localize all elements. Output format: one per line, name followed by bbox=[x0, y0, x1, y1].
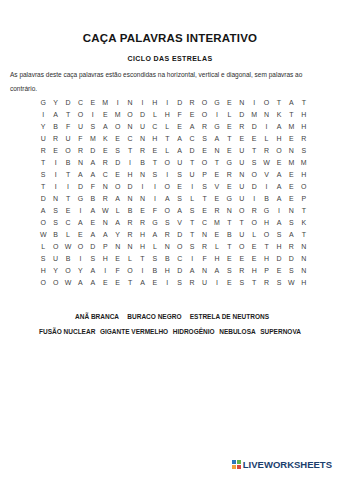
grid-cell-r15c11[interactable]: H bbox=[161, 264, 173, 276]
grid-cell-r9c10[interactable]: I bbox=[149, 193, 161, 205]
grid-cell-r12c18[interactable]: L bbox=[248, 228, 260, 240]
grid-cell-r16c9[interactable]: A bbox=[136, 276, 148, 288]
grid-cell-r8c10[interactable]: I bbox=[149, 181, 161, 193]
grid-cell-r14c15[interactable]: H bbox=[211, 252, 223, 264]
grid-cell-r10c20[interactable]: I bbox=[273, 204, 285, 216]
grid-cell-r15c10[interactable]: B bbox=[149, 264, 161, 276]
grid-cell-r3c15[interactable]: G bbox=[211, 121, 223, 133]
grid-cell-r2c22[interactable]: H bbox=[298, 109, 310, 121]
grid-cell-r16c14[interactable]: U bbox=[198, 276, 210, 288]
grid-cell-r3c13[interactable]: A bbox=[186, 121, 198, 133]
grid-cell-r8c8[interactable]: D bbox=[124, 181, 136, 193]
grid-cell-r1c2[interactable]: Y bbox=[49, 97, 61, 109]
grid-cell-r3c19[interactable]: I bbox=[260, 121, 272, 133]
grid-cell-r15c12[interactable]: D bbox=[174, 264, 186, 276]
grid-cell-r9c12[interactable]: S bbox=[174, 193, 186, 205]
grid-cell-r13c10[interactable]: L bbox=[149, 240, 161, 252]
grid-cell-r3c2[interactable]: B bbox=[49, 121, 61, 133]
grid-cell-r2c10[interactable]: L bbox=[149, 109, 161, 121]
grid-cell-r9c7[interactable]: A bbox=[111, 193, 123, 205]
grid-cell-r16c16[interactable]: E bbox=[223, 276, 235, 288]
grid-cell-r9c19[interactable]: B bbox=[260, 193, 272, 205]
grid-cell-r15c22[interactable]: N bbox=[298, 264, 310, 276]
grid-cell-r7c18[interactable]: O bbox=[248, 169, 260, 181]
grid-cell-r10c22[interactable]: T bbox=[298, 204, 310, 216]
grid-cell-r12c3[interactable]: L bbox=[62, 228, 74, 240]
grid-cell-r10c18[interactable]: R bbox=[248, 204, 260, 216]
grid-cell-r7c17[interactable]: N bbox=[236, 169, 248, 181]
grid-cell-r10c14[interactable]: E bbox=[198, 204, 210, 216]
grid-cell-r7c7[interactable]: E bbox=[111, 169, 123, 181]
grid-cell-r11c1[interactable]: O bbox=[37, 216, 49, 228]
grid-cell-r9c5[interactable]: B bbox=[87, 193, 99, 205]
grid-cell-r12c2[interactable]: B bbox=[49, 228, 61, 240]
grid-cell-r10c7[interactable]: L bbox=[111, 204, 123, 216]
grid-cell-r5c3[interactable]: O bbox=[62, 145, 74, 157]
grid-cell-r2c14[interactable]: O bbox=[198, 109, 210, 121]
grid-cell-r11c16[interactable]: T bbox=[223, 216, 235, 228]
grid-cell-r6c6[interactable]: R bbox=[99, 157, 111, 169]
grid-cell-r14c16[interactable]: E bbox=[223, 252, 235, 264]
grid-cell-r1c6[interactable]: M bbox=[99, 97, 111, 109]
grid-cell-r2c1[interactable]: I bbox=[37, 109, 49, 121]
grid-cell-r13c7[interactable]: N bbox=[111, 240, 123, 252]
grid-cell-r4c1[interactable]: U bbox=[37, 133, 49, 145]
grid-cell-r5c15[interactable]: N bbox=[211, 145, 223, 157]
grid-cell-r6c20[interactable]: E bbox=[273, 157, 285, 169]
grid-cell-r15c2[interactable]: Y bbox=[49, 264, 61, 276]
grid-cell-r3c12[interactable]: E bbox=[174, 121, 186, 133]
grid-cell-r11c20[interactable]: A bbox=[273, 216, 285, 228]
grid-cell-r8c1[interactable]: T bbox=[37, 181, 49, 193]
grid-cell-r7c4[interactable]: A bbox=[74, 169, 86, 181]
grid-cell-r2c11[interactable]: H bbox=[161, 109, 173, 121]
grid-cell-r13c8[interactable]: N bbox=[124, 240, 136, 252]
grid-cell-r15c8[interactable]: O bbox=[124, 264, 136, 276]
grid-cell-r10c3[interactable]: E bbox=[62, 204, 74, 216]
grid-cell-r12c20[interactable]: S bbox=[273, 228, 285, 240]
grid-cell-r1c12[interactable]: D bbox=[174, 97, 186, 109]
grid-cell-r14c21[interactable]: D bbox=[285, 252, 297, 264]
grid-cell-r3c22[interactable]: H bbox=[298, 121, 310, 133]
grid-cell-r14c10[interactable]: S bbox=[149, 252, 161, 264]
grid-cell-r14c2[interactable]: U bbox=[49, 252, 61, 264]
grid-cell-r11c12[interactable]: V bbox=[174, 216, 186, 228]
grid-cell-r1c13[interactable]: R bbox=[186, 97, 198, 109]
grid-cell-r8c21[interactable]: E bbox=[285, 181, 297, 193]
grid-cell-r9c8[interactable]: N bbox=[124, 193, 136, 205]
grid-cell-r10c17[interactable]: O bbox=[236, 204, 248, 216]
grid-cell-r1c15[interactable]: G bbox=[211, 97, 223, 109]
grid-cell-r3c10[interactable]: C bbox=[149, 121, 161, 133]
grid-cell-r13c22[interactable]: N bbox=[298, 240, 310, 252]
grid-cell-r2c21[interactable]: T bbox=[285, 109, 297, 121]
grid-cell-r16c17[interactable]: S bbox=[236, 276, 248, 288]
grid-cell-r10c15[interactable]: R bbox=[211, 204, 223, 216]
grid-cell-r12c4[interactable]: E bbox=[74, 228, 86, 240]
grid-cell-r4c18[interactable]: E bbox=[248, 133, 260, 145]
grid-cell-r3c14[interactable]: R bbox=[198, 121, 210, 133]
grid-cell-r14c22[interactable]: N bbox=[298, 252, 310, 264]
grid-cell-r6c10[interactable]: T bbox=[149, 157, 161, 169]
grid-cell-r14c13[interactable]: I bbox=[186, 252, 198, 264]
grid-cell-r11c19[interactable]: H bbox=[260, 216, 272, 228]
grid-cell-r15c19[interactable]: P bbox=[260, 264, 272, 276]
grid-cell-r3c9[interactable]: U bbox=[136, 121, 148, 133]
grid-cell-r4c5[interactable]: M bbox=[87, 133, 99, 145]
grid-cell-r12c10[interactable]: A bbox=[149, 228, 161, 240]
grid-cell-r16c15[interactable]: I bbox=[211, 276, 223, 288]
grid-cell-r10c19[interactable]: G bbox=[260, 204, 272, 216]
grid-cell-r12c1[interactable]: W bbox=[37, 228, 49, 240]
grid-cell-r11c2[interactable]: S bbox=[49, 216, 61, 228]
grid-cell-r13c19[interactable]: T bbox=[260, 240, 272, 252]
grid-cell-r7c3[interactable]: T bbox=[62, 169, 74, 181]
grid-cell-r16c10[interactable]: E bbox=[149, 276, 161, 288]
grid-cell-r7c6[interactable]: C bbox=[99, 169, 111, 181]
grid-cell-r4c21[interactable]: E bbox=[285, 133, 297, 145]
grid-cell-r12c13[interactable]: T bbox=[186, 228, 198, 240]
grid-cell-r9c15[interactable]: E bbox=[211, 193, 223, 205]
grid-cell-r4c8[interactable]: C bbox=[124, 133, 136, 145]
grid-cell-r10c11[interactable]: O bbox=[161, 204, 173, 216]
grid-cell-r1c18[interactable]: I bbox=[248, 97, 260, 109]
grid-cell-r16c22[interactable]: H bbox=[298, 276, 310, 288]
grid-cell-r13c14[interactable]: R bbox=[198, 240, 210, 252]
grid-cell-r16c7[interactable]: E bbox=[111, 276, 123, 288]
grid-cell-r11c10[interactable]: G bbox=[149, 216, 161, 228]
grid-cell-r5c5[interactable]: D bbox=[87, 145, 99, 157]
grid-cell-r15c6[interactable]: I bbox=[99, 264, 111, 276]
grid-cell-r16c12[interactable]: S bbox=[174, 276, 186, 288]
grid-cell-r6c12[interactable]: U bbox=[174, 157, 186, 169]
grid-cell-r4c3[interactable]: U bbox=[62, 133, 74, 145]
grid-cell-r9c11[interactable]: A bbox=[161, 193, 173, 205]
grid-cell-r1c4[interactable]: C bbox=[74, 97, 86, 109]
grid-cell-r16c11[interactable]: I bbox=[161, 276, 173, 288]
grid-cell-r14c19[interactable]: H bbox=[260, 252, 272, 264]
grid-cell-r9c14[interactable]: T bbox=[198, 193, 210, 205]
grid-cell-r13c16[interactable]: T bbox=[223, 240, 235, 252]
grid-cell-r5c4[interactable]: R bbox=[74, 145, 86, 157]
grid-cell-r6c4[interactable]: N bbox=[74, 157, 86, 169]
grid-cell-r16c8[interactable]: T bbox=[124, 276, 136, 288]
grid-cell-r7c20[interactable]: A bbox=[273, 169, 285, 181]
grid-cell-r6c16[interactable]: G bbox=[223, 157, 235, 169]
grid-cell-r9c20[interactable]: A bbox=[273, 193, 285, 205]
grid-cell-r4c9[interactable]: N bbox=[136, 133, 148, 145]
grid-cell-r5c22[interactable]: S bbox=[298, 145, 310, 157]
grid-cell-r15c16[interactable]: S bbox=[223, 264, 235, 276]
grid-cell-r6c18[interactable]: S bbox=[248, 157, 260, 169]
grid-cell-r16c1[interactable]: O bbox=[37, 276, 49, 288]
grid-cell-r14c5[interactable]: S bbox=[87, 252, 99, 264]
grid-cell-r13c1[interactable]: L bbox=[37, 240, 49, 252]
grid-cell-r8c15[interactable]: V bbox=[211, 181, 223, 193]
grid-cell-r5c14[interactable]: E bbox=[198, 145, 210, 157]
grid-cell-r15c3[interactable]: O bbox=[62, 264, 74, 276]
grid-cell-r12c21[interactable]: A bbox=[285, 228, 297, 240]
grid-cell-r10c13[interactable]: S bbox=[186, 204, 198, 216]
grid-cell-r12c22[interactable]: T bbox=[298, 228, 310, 240]
grid-cell-r7c14[interactable]: P bbox=[198, 169, 210, 181]
grid-cell-r5c9[interactable]: R bbox=[136, 145, 148, 157]
grid-cell-r1c19[interactable]: O bbox=[260, 97, 272, 109]
grid-cell-r7c11[interactable]: I bbox=[161, 169, 173, 181]
grid-cell-r14c12[interactable]: C bbox=[174, 252, 186, 264]
grid-cell-r11c3[interactable]: C bbox=[62, 216, 74, 228]
grid-cell-r1c11[interactable]: I bbox=[161, 97, 173, 109]
grid-cell-r8c16[interactable]: E bbox=[223, 181, 235, 193]
grid-cell-r10c5[interactable]: A bbox=[87, 204, 99, 216]
grid-cell-r16c3[interactable]: W bbox=[62, 276, 74, 288]
grid-cell-r10c8[interactable]: B bbox=[124, 204, 136, 216]
grid-cell-r4c4[interactable]: F bbox=[74, 133, 86, 145]
grid-cell-r12c5[interactable]: A bbox=[87, 228, 99, 240]
grid-cell-r2c6[interactable]: E bbox=[99, 109, 111, 121]
grid-cell-r14c9[interactable]: T bbox=[136, 252, 148, 264]
grid-cell-r14c17[interactable]: E bbox=[236, 252, 248, 264]
grid-cell-r6c3[interactable]: B bbox=[62, 157, 74, 169]
grid-cell-r2c15[interactable]: I bbox=[211, 109, 223, 121]
grid-cell-r3c11[interactable]: L bbox=[161, 121, 173, 133]
grid-cell-r3c21[interactable]: M bbox=[285, 121, 297, 133]
grid-cell-r5c13[interactable]: D bbox=[186, 145, 198, 157]
grid-cell-r11c7[interactable]: A bbox=[111, 216, 123, 228]
grid-cell-r16c5[interactable]: A bbox=[87, 276, 99, 288]
grid-cell-r11c8[interactable]: R bbox=[124, 216, 136, 228]
grid-cell-r1c17[interactable]: N bbox=[236, 97, 248, 109]
grid-cell-r15c21[interactable]: S bbox=[285, 264, 297, 276]
grid-cell-r15c1[interactable]: H bbox=[37, 264, 49, 276]
grid-cell-r2c4[interactable]: O bbox=[74, 109, 86, 121]
grid-cell-r5c10[interactable]: E bbox=[149, 145, 161, 157]
grid-cell-r9c18[interactable]: I bbox=[248, 193, 260, 205]
grid-cell-r5c1[interactable]: R bbox=[37, 145, 49, 157]
grid-cell-r1c5[interactable]: E bbox=[87, 97, 99, 109]
grid-cell-r2c13[interactable]: E bbox=[186, 109, 198, 121]
grid-cell-r14c6[interactable]: H bbox=[99, 252, 111, 264]
grid-cell-r6c13[interactable]: T bbox=[186, 157, 198, 169]
grid-cell-r6c22[interactable]: M bbox=[298, 157, 310, 169]
grid-cell-r3c18[interactable]: D bbox=[248, 121, 260, 133]
grid-cell-r5c17[interactable]: U bbox=[236, 145, 248, 157]
grid-cell-r15c14[interactable]: N bbox=[198, 264, 210, 276]
grid-cell-r4c6[interactable]: K bbox=[99, 133, 111, 145]
grid-cell-r6c21[interactable]: M bbox=[285, 157, 297, 169]
grid-cell-r9c13[interactable]: L bbox=[186, 193, 198, 205]
grid-cell-r7c8[interactable]: H bbox=[124, 169, 136, 181]
grid-cell-r15c15[interactable]: A bbox=[211, 264, 223, 276]
grid-cell-r11c22[interactable]: K bbox=[298, 216, 310, 228]
grid-cell-r2c16[interactable]: L bbox=[223, 109, 235, 121]
grid-cell-r7c5[interactable]: A bbox=[87, 169, 99, 181]
grid-cell-r1c1[interactable]: G bbox=[37, 97, 49, 109]
grid-cell-r2c7[interactable]: M bbox=[111, 109, 123, 121]
grid-cell-r5c20[interactable]: O bbox=[273, 145, 285, 157]
grid-cell-r16c21[interactable]: W bbox=[285, 276, 297, 288]
grid-cell-r12c17[interactable]: U bbox=[236, 228, 248, 240]
grid-cell-r5c12[interactable]: A bbox=[174, 145, 186, 157]
grid-cell-r8c3[interactable]: I bbox=[62, 181, 74, 193]
grid-cell-r9c1[interactable]: D bbox=[37, 193, 49, 205]
grid-cell-r12c6[interactable]: A bbox=[99, 228, 111, 240]
grid-cell-r11c9[interactable]: R bbox=[136, 216, 148, 228]
grid-cell-r5c7[interactable]: S bbox=[111, 145, 123, 157]
grid-cell-r7c1[interactable]: S bbox=[37, 169, 49, 181]
grid-cell-r7c16[interactable]: R bbox=[223, 169, 235, 181]
grid-cell-r9c16[interactable]: G bbox=[223, 193, 235, 205]
grid-cell-r9c17[interactable]: U bbox=[236, 193, 248, 205]
grid-cell-r7c22[interactable]: H bbox=[298, 169, 310, 181]
grid-cell-r8c17[interactable]: U bbox=[236, 181, 248, 193]
grid-cell-r16c18[interactable]: T bbox=[248, 276, 260, 288]
grid-cell-r2c8[interactable]: O bbox=[124, 109, 136, 121]
grid-cell-r6c5[interactable]: A bbox=[87, 157, 99, 169]
grid-cell-r16c19[interactable]: R bbox=[260, 276, 272, 288]
grid-cell-r7c19[interactable]: V bbox=[260, 169, 272, 181]
grid-cell-r11c11[interactable]: S bbox=[161, 216, 173, 228]
grid-cell-r10c9[interactable]: E bbox=[136, 204, 148, 216]
grid-cell-r14c14[interactable]: F bbox=[198, 252, 210, 264]
grid-cell-r12c16[interactable]: B bbox=[223, 228, 235, 240]
grid-cell-r13c5[interactable]: D bbox=[87, 240, 99, 252]
grid-cell-r10c4[interactable]: I bbox=[74, 204, 86, 216]
grid-cell-r15c18[interactable]: H bbox=[248, 264, 260, 276]
grid-cell-r15c13[interactable]: A bbox=[186, 264, 198, 276]
grid-cell-r8c9[interactable]: I bbox=[136, 181, 148, 193]
grid-cell-r1c20[interactable]: T bbox=[273, 97, 285, 109]
grid-cell-r14c3[interactable]: B bbox=[62, 252, 74, 264]
grid-cell-r11c6[interactable]: N bbox=[99, 216, 111, 228]
grid-cell-r14c8[interactable]: L bbox=[124, 252, 136, 264]
grid-cell-r4c10[interactable]: H bbox=[149, 133, 161, 145]
grid-cell-r15c4[interactable]: Y bbox=[74, 264, 86, 276]
grid-cell-r11c4[interactable]: A bbox=[74, 216, 86, 228]
grid-cell-r10c6[interactable]: W bbox=[99, 204, 111, 216]
grid-cell-r16c20[interactable]: S bbox=[273, 276, 285, 288]
grid-cell-r2c2[interactable]: A bbox=[49, 109, 61, 121]
grid-cell-r8c12[interactable]: E bbox=[174, 181, 186, 193]
grid-cell-r14c20[interactable]: D bbox=[273, 252, 285, 264]
grid-cell-r5c21[interactable]: N bbox=[285, 145, 297, 157]
grid-cell-r6c1[interactable]: T bbox=[37, 157, 49, 169]
grid-cell-r6c17[interactable]: U bbox=[236, 157, 248, 169]
grid-cell-r16c4[interactable]: A bbox=[74, 276, 86, 288]
grid-cell-r10c1[interactable]: A bbox=[37, 204, 49, 216]
grid-cell-r10c21[interactable]: N bbox=[285, 204, 297, 216]
grid-cell-r4c11[interactable]: T bbox=[161, 133, 173, 145]
grid-cell-r8c19[interactable]: I bbox=[260, 181, 272, 193]
grid-cell-r9c3[interactable]: T bbox=[62, 193, 74, 205]
grid-cell-r4c19[interactable]: L bbox=[260, 133, 272, 145]
grid-cell-r1c21[interactable]: A bbox=[285, 97, 297, 109]
grid-cell-r7c15[interactable]: E bbox=[211, 169, 223, 181]
grid-cell-r16c13[interactable]: R bbox=[186, 276, 198, 288]
grid-cell-r8c13[interactable]: I bbox=[186, 181, 198, 193]
grid-cell-r7c12[interactable]: S bbox=[174, 169, 186, 181]
grid-cell-r4c13[interactable]: C bbox=[186, 133, 198, 145]
grid-cell-r10c2[interactable]: S bbox=[49, 204, 61, 216]
grid-cell-r3c4[interactable]: U bbox=[74, 121, 86, 133]
grid-cell-r13c18[interactable]: E bbox=[248, 240, 260, 252]
grid-cell-r7c2[interactable]: I bbox=[49, 169, 61, 181]
grid-cell-r3c3[interactable]: F bbox=[62, 121, 74, 133]
grid-cell-r2c18[interactable]: M bbox=[248, 109, 260, 121]
grid-cell-r4c17[interactable]: E bbox=[236, 133, 248, 145]
grid-cell-r13c17[interactable]: O bbox=[236, 240, 248, 252]
grid-cell-r15c17[interactable]: R bbox=[236, 264, 248, 276]
grid-cell-r12c15[interactable]: E bbox=[211, 228, 223, 240]
grid-cell-r14c7[interactable]: E bbox=[111, 252, 123, 264]
grid-cell-r9c21[interactable]: E bbox=[285, 193, 297, 205]
grid-cell-r2c3[interactable]: T bbox=[62, 109, 74, 121]
grid-cell-r5c16[interactable]: E bbox=[223, 145, 235, 157]
grid-cell-r2c19[interactable]: N bbox=[260, 109, 272, 121]
grid-cell-r1c9[interactable]: I bbox=[136, 97, 148, 109]
grid-cell-r7c10[interactable]: S bbox=[149, 169, 161, 181]
grid-cell-r9c4[interactable]: G bbox=[74, 193, 86, 205]
grid-cell-r6c15[interactable]: T bbox=[211, 157, 223, 169]
grid-cell-r8c4[interactable]: D bbox=[74, 181, 86, 193]
grid-cell-r13c9[interactable]: H bbox=[136, 240, 148, 252]
grid-cell-r10c16[interactable]: N bbox=[223, 204, 235, 216]
footer-brand[interactable]: LIVEWORKSHEETS bbox=[232, 459, 332, 470]
grid-cell-r13c3[interactable]: W bbox=[62, 240, 74, 252]
grid-cell-r14c4[interactable]: I bbox=[74, 252, 86, 264]
grid-cell-r7c13[interactable]: U bbox=[186, 169, 198, 181]
grid-cell-r3c1[interactable]: Y bbox=[37, 121, 49, 133]
grid-cell-r5c11[interactable]: L bbox=[161, 145, 173, 157]
grid-cell-r10c12[interactable]: A bbox=[174, 204, 186, 216]
grid-cell-r6c19[interactable]: W bbox=[260, 157, 272, 169]
grid-cell-r4c22[interactable]: R bbox=[298, 133, 310, 145]
grid-cell-r15c5[interactable]: A bbox=[87, 264, 99, 276]
grid-cell-r13c11[interactable]: N bbox=[161, 240, 173, 252]
grid-cell-r4c12[interactable]: A bbox=[174, 133, 186, 145]
grid-cell-r4c14[interactable]: S bbox=[198, 133, 210, 145]
grid-cell-r4c15[interactable]: A bbox=[211, 133, 223, 145]
grid-cell-r13c2[interactable]: O bbox=[49, 240, 61, 252]
grid-cell-r1c14[interactable]: O bbox=[198, 97, 210, 109]
grid-cell-r5c6[interactable]: E bbox=[99, 145, 111, 157]
grid-cell-r3c5[interactable]: S bbox=[87, 121, 99, 133]
grid-cell-r14c11[interactable]: B bbox=[161, 252, 173, 264]
grid-cell-r13c20[interactable]: H bbox=[273, 240, 285, 252]
grid-cell-r5c18[interactable]: T bbox=[248, 145, 260, 157]
grid-cell-r1c7[interactable]: I bbox=[111, 97, 123, 109]
grid-cell-r12c12[interactable]: D bbox=[174, 228, 186, 240]
grid-cell-r6c2[interactable]: I bbox=[49, 157, 61, 169]
grid-cell-r6c7[interactable]: D bbox=[111, 157, 123, 169]
grid-cell-r7c9[interactable]: N bbox=[136, 169, 148, 181]
grid-cell-r4c7[interactable]: E bbox=[111, 133, 123, 145]
grid-cell-r6c9[interactable]: B bbox=[136, 157, 148, 169]
grid-cell-r12c7[interactable]: Y bbox=[111, 228, 123, 240]
grid-cell-r13c13[interactable]: S bbox=[186, 240, 198, 252]
grid-cell-r8c22[interactable]: O bbox=[298, 181, 310, 193]
grid-cell-r2c5[interactable]: I bbox=[87, 109, 99, 121]
grid-cell-r6c8[interactable]: I bbox=[124, 157, 136, 169]
grid-cell-r12c14[interactable]: N bbox=[198, 228, 210, 240]
grid-cell-r12c9[interactable]: H bbox=[136, 228, 148, 240]
grid-cell-r9c2[interactable]: N bbox=[49, 193, 61, 205]
grid-cell-r8c7[interactable]: O bbox=[111, 181, 123, 193]
grid-cell-r3c16[interactable]: E bbox=[223, 121, 235, 133]
grid-cell-r2c17[interactable]: D bbox=[236, 109, 248, 121]
grid-cell-r13c6[interactable]: P bbox=[99, 240, 111, 252]
grid-cell-r11c18[interactable]: O bbox=[248, 216, 260, 228]
